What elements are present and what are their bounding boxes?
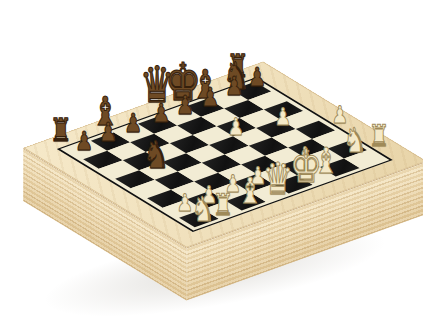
piece-white-knight-b1[interactable]: ♞ <box>191 192 215 224</box>
piece-black-pawn-c7[interactable]: ♟ <box>124 111 142 136</box>
piece-white-rook-a1[interactable]: ♜ <box>213 190 234 219</box>
piece-white-bishop-c1[interactable]: ♝ <box>237 175 262 209</box>
chess-set-photo: ♜♝♛♚♝♞♜♟♟♟♟♟♟♟♟♞♞♜♝♛♚♝♞♜♟♟♟♟♟♟♟♟ <box>0 0 423 318</box>
piece-white-rook-h1[interactable]: ♜ <box>369 122 390 151</box>
piece-white-pawn-e5[interactable]: ♟ <box>228 116 245 139</box>
piece-white-knight-g1[interactable]: ♞ <box>343 124 367 156</box>
piece-white-king-e1[interactable]: ♚ <box>290 145 322 189</box>
piece-black-pawn-b7[interactable]: ♟ <box>99 120 117 145</box>
piece-black-knight-b5[interactable]: ♞ <box>143 137 170 173</box>
piece-black-pawn-a7[interactable]: ♟ <box>75 130 93 155</box>
piece-black-pawn-d7[interactable]: ♟ <box>152 101 170 126</box>
piece-white-queen-d1[interactable]: ♛ <box>263 158 294 200</box>
piece-black-rook-a8[interactable]: ♜ <box>50 115 72 145</box>
piece-black-pawn-e7[interactable]: ♟ <box>176 93 194 118</box>
piece-black-pawn-g7[interactable]: ♟ <box>225 75 243 100</box>
piece-black-pawn-f7[interactable]: ♟ <box>201 85 219 110</box>
piece-black-pawn-h7[interactable]: ♟ <box>248 66 266 91</box>
piece-white-pawn-g5[interactable]: ♟ <box>274 106 291 129</box>
